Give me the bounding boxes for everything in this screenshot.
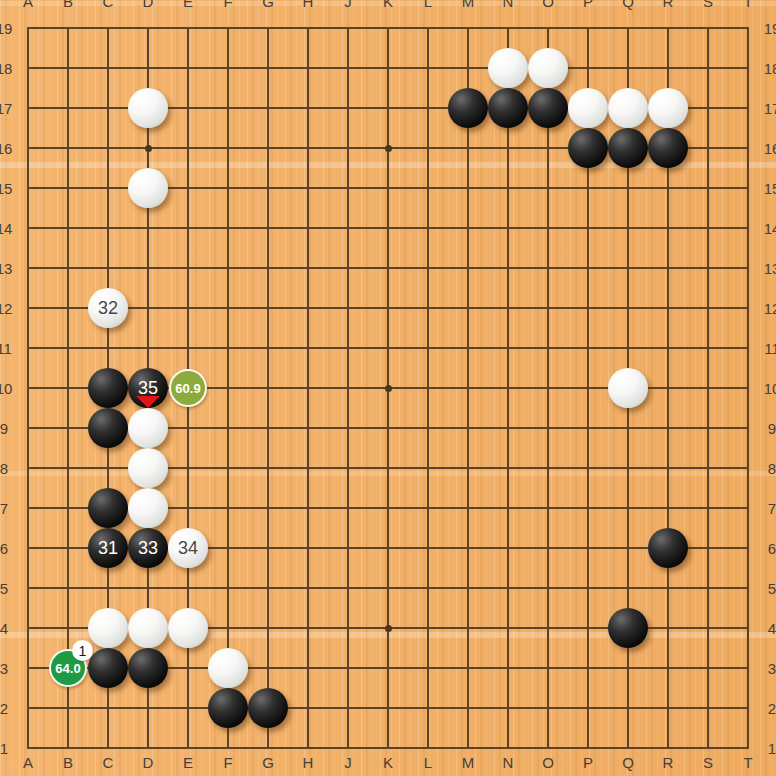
stone-white-D7[interactable] — [128, 488, 168, 528]
coord-label: C — [103, 754, 114, 771]
coord-label: 7 — [0, 500, 8, 517]
coord-label: 19 — [0, 20, 12, 37]
stone-white-F3[interactable] — [208, 648, 248, 688]
coord-label: O — [542, 0, 554, 10]
coord-label: M — [462, 0, 475, 10]
stone-black-D10[interactable]: 35 — [128, 368, 168, 408]
stone-white-E6[interactable]: 34 — [168, 528, 208, 568]
coord-label: G — [262, 0, 274, 10]
stone-black-Q4[interactable] — [608, 608, 648, 648]
stone-black-C3[interactable] — [88, 648, 128, 688]
coord-label: 1 — [0, 740, 8, 757]
move-number: 34 — [178, 539, 198, 557]
coord-label: 18 — [0, 60, 12, 77]
coord-label: C — [103, 0, 114, 10]
coord-label: J — [344, 754, 352, 771]
coord-label: 4 — [768, 620, 776, 637]
go-board: 323531333460.964.01 AABBCCDDEEFFGGHHJJKK… — [0, 0, 776, 776]
coord-label: O — [542, 754, 554, 771]
coord-label: 8 — [768, 460, 776, 477]
coord-label: J — [344, 0, 352, 10]
star-point — [368, 128, 408, 168]
candidate-move-B3[interactable]: 64.01 — [48, 648, 88, 688]
coord-label: L — [424, 0, 432, 10]
coord-label: G — [262, 754, 274, 771]
coord-label: A — [23, 0, 33, 10]
coord-label: 6 — [768, 540, 776, 557]
stone-black-C7[interactable] — [88, 488, 128, 528]
coord-label: 17 — [0, 100, 12, 117]
move-number: 32 — [98, 299, 118, 317]
coord-label: 12 — [0, 300, 12, 317]
stone-white-R17[interactable] — [648, 88, 688, 128]
move-number: 31 — [98, 539, 118, 557]
coord-label: H — [303, 754, 314, 771]
coord-label: 7 — [768, 500, 776, 517]
coord-label: 12 — [764, 300, 776, 317]
coord-label: Q — [622, 754, 634, 771]
stone-black-R6[interactable] — [648, 528, 688, 568]
stone-white-N18[interactable] — [488, 48, 528, 88]
winrate-label: 60.9 — [169, 369, 207, 407]
coord-label: B — [63, 0, 73, 10]
coord-label: A — [23, 754, 33, 771]
coord-label: 13 — [0, 260, 12, 277]
coord-label: 14 — [764, 220, 776, 237]
coord-label: 17 — [764, 100, 776, 117]
stone-white-D15[interactable] — [128, 168, 168, 208]
coord-label: K — [383, 754, 393, 771]
coord-label: B — [63, 754, 73, 771]
stone-black-M17[interactable] — [448, 88, 488, 128]
coord-label: N — [503, 0, 514, 10]
stone-white-O18[interactable] — [528, 48, 568, 88]
stone-white-D17[interactable] — [128, 88, 168, 128]
star-point — [368, 608, 408, 648]
coord-label: T — [743, 754, 752, 771]
coord-label: Q — [622, 0, 634, 10]
coord-label: 10 — [0, 380, 12, 397]
stone-black-P16[interactable] — [568, 128, 608, 168]
coord-label: D — [143, 754, 154, 771]
stone-black-C9[interactable] — [88, 408, 128, 448]
coord-label: 2 — [768, 700, 776, 717]
coord-label: 2 — [0, 700, 8, 717]
coord-label: 8 — [0, 460, 8, 477]
stone-black-R16[interactable] — [648, 128, 688, 168]
coord-label: 18 — [764, 60, 776, 77]
coord-label: P — [583, 754, 593, 771]
coord-label: 5 — [768, 580, 776, 597]
stone-black-F2[interactable] — [208, 688, 248, 728]
coord-label: 3 — [768, 660, 776, 677]
coord-label: E — [183, 0, 193, 10]
star-point — [368, 368, 408, 408]
coord-label: 19 — [764, 20, 776, 37]
stone-white-E4[interactable] — [168, 608, 208, 648]
stone-black-N17[interactable] — [488, 88, 528, 128]
coord-label: 16 — [764, 140, 776, 157]
coord-label: K — [383, 0, 393, 10]
stone-black-O17[interactable] — [528, 88, 568, 128]
coord-label: 9 — [768, 420, 776, 437]
stone-black-C10[interactable] — [88, 368, 128, 408]
stone-white-D9[interactable] — [128, 408, 168, 448]
coord-label: N — [503, 754, 514, 771]
stones-layer: 323531333460.964.01 — [8, 8, 768, 768]
move-number: 35 — [138, 379, 158, 397]
coord-label: L — [424, 754, 432, 771]
stone-white-C12[interactable]: 32 — [88, 288, 128, 328]
coord-label: 13 — [764, 260, 776, 277]
coord-label: 6 — [0, 540, 8, 557]
coord-label: 3 — [0, 660, 8, 677]
stone-white-Q10[interactable] — [608, 368, 648, 408]
stone-black-C6[interactable]: 31 — [88, 528, 128, 568]
coord-label: 4 — [0, 620, 8, 637]
coord-label: 14 — [0, 220, 12, 237]
coord-label: R — [663, 754, 674, 771]
coord-label: 15 — [0, 180, 12, 197]
stone-white-C4[interactable] — [88, 608, 128, 648]
coord-label: 5 — [0, 580, 8, 597]
coord-label: 11 — [0, 340, 12, 357]
coord-label: P — [583, 0, 593, 10]
coord-label: 16 — [0, 140, 12, 157]
coord-label: 10 — [764, 380, 776, 397]
coord-label: F — [223, 754, 232, 771]
candidate-rank-badge: 1 — [72, 640, 93, 661]
coord-label: S — [703, 754, 713, 771]
coord-label: E — [183, 754, 193, 771]
coord-label: R — [663, 0, 674, 10]
coord-label: H — [303, 0, 314, 10]
coord-label: 1 — [768, 740, 776, 757]
coord-label: 9 — [0, 420, 8, 437]
coord-label: M — [462, 754, 475, 771]
star-point — [128, 128, 168, 168]
stone-black-D3[interactable] — [128, 648, 168, 688]
stone-white-D8[interactable] — [128, 448, 168, 488]
stone-white-P17[interactable] — [568, 88, 608, 128]
coord-label: T — [743, 0, 752, 10]
coord-label: 11 — [764, 340, 776, 357]
candidate-move-E10[interactable]: 60.9 — [168, 368, 208, 408]
stone-white-Q17[interactable] — [608, 88, 648, 128]
coord-label: S — [703, 0, 713, 10]
coord-label: F — [223, 0, 232, 10]
stone-black-Q16[interactable] — [608, 128, 648, 168]
coord-label: D — [143, 0, 154, 10]
coord-label: 15 — [764, 180, 776, 197]
move-number: 33 — [138, 539, 158, 557]
stone-black-G2[interactable] — [248, 688, 288, 728]
stone-white-D4[interactable] — [128, 608, 168, 648]
stone-black-D6[interactable]: 33 — [128, 528, 168, 568]
